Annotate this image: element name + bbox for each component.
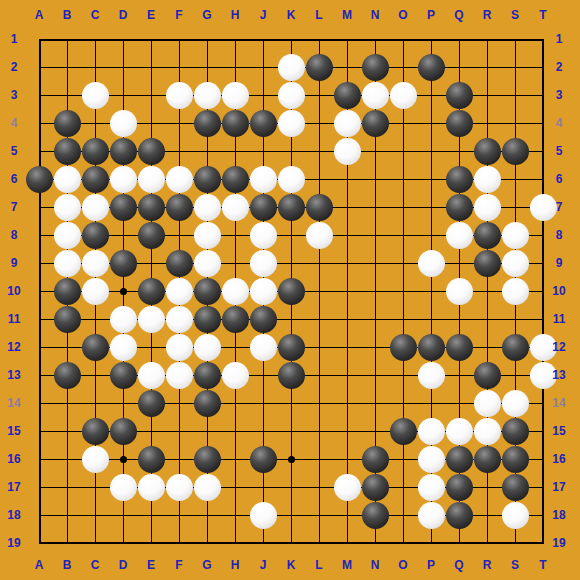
white-stone[interactable] [222,278,249,305]
black-stone[interactable] [390,418,417,445]
white-stone[interactable] [110,474,137,501]
black-stone[interactable] [334,82,361,109]
white-stone[interactable] [54,166,81,193]
column-label-top: R [474,8,500,22]
row-label-left: 12 [1,340,27,354]
white-stone[interactable] [418,250,445,277]
white-stone[interactable] [418,474,445,501]
column-label-top: E [138,8,164,22]
row-label-right: 7 [546,200,572,214]
row-label-left: 6 [1,172,27,186]
black-stone[interactable] [502,418,529,445]
white-stone[interactable] [250,278,277,305]
white-stone[interactable] [110,334,137,361]
black-stone[interactable] [362,502,389,529]
black-stone[interactable] [54,138,81,165]
row-label-left: 3 [1,88,27,102]
black-stone[interactable] [446,446,473,473]
row-label-right: 2 [546,60,572,74]
white-stone[interactable] [278,110,305,137]
black-stone[interactable] [390,334,417,361]
black-stone[interactable] [54,278,81,305]
column-label-bottom: D [110,558,136,572]
star-point [120,288,127,295]
black-stone[interactable] [502,334,529,361]
white-stone[interactable] [502,250,529,277]
white-stone[interactable] [222,82,249,109]
white-stone[interactable] [166,306,193,333]
column-label-top: A [26,8,52,22]
white-stone[interactable] [110,306,137,333]
black-stone[interactable] [138,446,165,473]
black-stone[interactable] [474,362,501,389]
row-label-left: 4 [1,116,27,130]
white-stone[interactable] [446,278,473,305]
black-stone[interactable] [82,222,109,249]
black-stone[interactable] [194,110,221,137]
row-label-left: 9 [1,256,27,270]
white-stone[interactable] [502,278,529,305]
white-stone[interactable] [194,474,221,501]
white-stone[interactable] [166,474,193,501]
white-stone[interactable] [474,166,501,193]
row-label-right: 9 [546,256,572,270]
black-stone[interactable] [250,194,277,221]
white-stone[interactable] [54,222,81,249]
column-label-bottom: H [222,558,248,572]
column-label-bottom: T [530,558,556,572]
black-stone[interactable] [306,54,333,81]
horizontal-grid-line [39,542,544,544]
column-label-top: P [418,8,444,22]
black-stone[interactable] [278,362,305,389]
row-label-right: 6 [546,172,572,186]
column-label-top: B [54,8,80,22]
row-label-left: 1 [1,32,27,46]
white-stone[interactable] [250,502,277,529]
black-stone[interactable] [278,278,305,305]
row-label-left: 14 [1,396,27,410]
row-label-right: 15 [546,424,572,438]
white-stone[interactable] [474,418,501,445]
black-stone[interactable] [166,194,193,221]
column-label-top: Q [446,8,472,22]
black-stone[interactable] [82,138,109,165]
white-stone[interactable] [222,194,249,221]
row-label-left: 19 [1,536,27,550]
white-stone[interactable] [82,446,109,473]
column-label-top: H [222,8,248,22]
column-label-bottom: C [82,558,108,572]
column-label-top: K [278,8,304,22]
row-label-right: 1 [546,32,572,46]
row-label-right: 10 [546,284,572,298]
row-label-right: 18 [546,508,572,522]
white-stone[interactable] [138,166,165,193]
white-stone[interactable] [54,250,81,277]
row-label-right: 19 [546,536,572,550]
white-stone[interactable] [278,166,305,193]
vertical-grid-line [542,39,544,544]
black-stone[interactable] [278,334,305,361]
row-label-right: 16 [546,452,572,466]
black-stone[interactable] [474,138,501,165]
black-stone[interactable] [502,446,529,473]
row-label-left: 17 [1,480,27,494]
black-stone[interactable] [82,418,109,445]
column-label-bottom: F [166,558,192,572]
white-stone[interactable] [334,110,361,137]
row-label-left: 11 [1,312,27,326]
white-stone[interactable] [82,194,109,221]
white-stone[interactable] [194,194,221,221]
column-label-bottom: O [390,558,416,572]
white-stone[interactable] [418,362,445,389]
white-stone[interactable] [250,334,277,361]
black-stone[interactable] [446,502,473,529]
black-stone[interactable] [138,138,165,165]
column-label-bottom: K [278,558,304,572]
white-stone[interactable] [502,222,529,249]
black-stone[interactable] [446,194,473,221]
white-stone[interactable] [166,278,193,305]
white-stone[interactable] [194,82,221,109]
black-stone[interactable] [194,306,221,333]
column-label-bottom: A [26,558,52,572]
row-label-right: 5 [546,144,572,158]
black-stone[interactable] [474,250,501,277]
row-label-right: 11 [546,312,572,326]
row-label-right: 12 [546,340,572,354]
black-stone[interactable] [474,446,501,473]
white-stone[interactable] [222,362,249,389]
black-stone[interactable] [54,362,81,389]
white-stone[interactable] [194,250,221,277]
white-stone[interactable] [418,418,445,445]
column-label-bottom: N [362,558,388,572]
black-stone[interactable] [110,138,137,165]
column-label-top: D [110,8,136,22]
black-stone[interactable] [138,390,165,417]
white-stone[interactable] [82,278,109,305]
white-stone[interactable] [362,82,389,109]
column-label-top: S [502,8,528,22]
black-stone[interactable] [138,222,165,249]
black-stone[interactable] [418,334,445,361]
row-label-right: 13 [546,368,572,382]
black-stone[interactable] [250,306,277,333]
column-label-bottom: Q [446,558,472,572]
black-stone[interactable] [166,250,193,277]
black-stone[interactable] [194,446,221,473]
white-stone[interactable] [138,362,165,389]
black-stone[interactable] [110,250,137,277]
column-label-bottom: P [418,558,444,572]
column-label-bottom: B [54,558,80,572]
black-stone[interactable] [362,54,389,81]
column-label-top: G [194,8,220,22]
horizontal-grid-line [39,403,544,404]
column-label-bottom: R [474,558,500,572]
white-stone[interactable] [418,446,445,473]
row-label-right: 14 [546,396,572,410]
white-stone[interactable] [54,194,81,221]
row-label-left: 5 [1,144,27,158]
black-stone[interactable] [446,334,473,361]
white-stone[interactable] [194,222,221,249]
go-board[interactable]: AABBCCDDEEFFGGHHJJKKLLMMNNOOPPQQRRSSTT11… [0,0,580,580]
column-label-bottom: M [334,558,360,572]
white-stone[interactable] [446,418,473,445]
black-stone[interactable] [138,278,165,305]
black-stone[interactable] [474,222,501,249]
white-stone[interactable] [110,110,137,137]
row-label-left: 15 [1,424,27,438]
white-stone[interactable] [166,334,193,361]
column-label-top: C [82,8,108,22]
black-stone[interactable] [446,82,473,109]
black-stone[interactable] [306,194,333,221]
row-label-right: 3 [546,88,572,102]
vertical-grid-line [319,39,320,544]
vertical-grid-line [403,39,404,544]
black-stone[interactable] [446,110,473,137]
white-stone[interactable] [194,334,221,361]
white-stone[interactable] [166,82,193,109]
row-label-right: 4 [546,116,572,130]
white-stone[interactable] [278,82,305,109]
black-stone[interactable] [446,474,473,501]
black-stone[interactable] [502,138,529,165]
column-label-bottom: E [138,558,164,572]
row-label-left: 13 [1,368,27,382]
black-stone[interactable] [362,474,389,501]
column-label-top: J [250,8,276,22]
black-stone[interactable] [194,278,221,305]
star-point [288,456,295,463]
row-label-left: 8 [1,228,27,242]
white-stone[interactable] [278,54,305,81]
white-stone[interactable] [166,362,193,389]
star-point [120,456,127,463]
white-stone[interactable] [390,82,417,109]
white-stone[interactable] [502,502,529,529]
black-stone[interactable] [82,334,109,361]
black-stone[interactable] [110,194,137,221]
black-stone[interactable] [54,110,81,137]
black-stone[interactable] [222,166,249,193]
column-label-top: O [390,8,416,22]
black-stone[interactable] [194,362,221,389]
black-stone[interactable] [502,474,529,501]
black-stone[interactable] [222,110,249,137]
white-stone[interactable] [250,250,277,277]
row-label-left: 2 [1,60,27,74]
column-label-top: F [166,8,192,22]
row-label-left: 18 [1,508,27,522]
column-label-top: L [306,8,332,22]
black-stone[interactable] [110,418,137,445]
column-label-top: M [334,8,360,22]
black-stone[interactable] [138,194,165,221]
white-stone[interactable] [250,222,277,249]
black-stone[interactable] [194,166,221,193]
row-label-right: 17 [546,480,572,494]
white-stone[interactable] [110,166,137,193]
white-stone[interactable] [306,222,333,249]
black-stone[interactable] [278,194,305,221]
white-stone[interactable] [418,502,445,529]
white-stone[interactable] [474,194,501,221]
row-label-left: 7 [1,200,27,214]
black-stone[interactable] [194,390,221,417]
white-stone[interactable] [334,138,361,165]
column-label-top: T [530,8,556,22]
column-label-bottom: G [194,558,220,572]
white-stone[interactable] [82,82,109,109]
black-stone[interactable] [82,166,109,193]
black-stone[interactable] [250,446,277,473]
white-stone[interactable] [166,166,193,193]
white-stone[interactable] [446,222,473,249]
black-stone[interactable] [222,306,249,333]
white-stone[interactable] [138,474,165,501]
row-label-right: 8 [546,228,572,242]
white-stone[interactable] [82,250,109,277]
white-stone[interactable] [138,306,165,333]
column-label-bottom: J [250,558,276,572]
row-label-left: 10 [1,284,27,298]
black-stone[interactable] [418,54,445,81]
black-stone[interactable] [362,110,389,137]
row-label-left: 16 [1,452,27,466]
black-stone[interactable] [362,446,389,473]
column-label-bottom: S [502,558,528,572]
column-label-top: N [362,8,388,22]
black-stone[interactable] [110,362,137,389]
black-stone[interactable] [54,306,81,333]
black-stone[interactable] [26,166,53,193]
black-stone[interactable] [250,110,277,137]
white-stone[interactable] [502,390,529,417]
black-stone[interactable] [446,166,473,193]
white-stone[interactable] [250,166,277,193]
white-stone[interactable] [334,474,361,501]
column-label-bottom: L [306,558,332,572]
white-stone[interactable] [474,390,501,417]
